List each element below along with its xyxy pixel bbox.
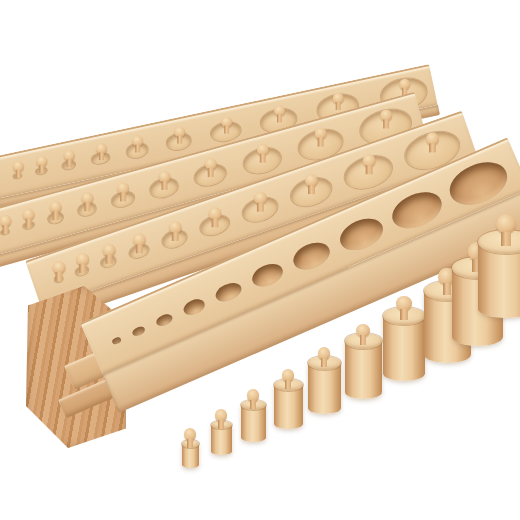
knob-neck [66, 159, 71, 167]
loose-cylinder-3 [241, 400, 266, 442]
knob-neck [285, 380, 291, 389]
knob-neck [172, 232, 179, 241]
cylinder-knob [315, 128, 327, 147]
cylinder-knob [274, 105, 285, 122]
knob-neck [260, 154, 266, 163]
loose-cylinder-body [211, 425, 232, 455]
cylinder-knob [169, 221, 182, 241]
knob-neck [501, 232, 511, 246]
knob-neck [276, 114, 281, 122]
cylinder-knob [102, 243, 115, 263]
knob-ball-icon [496, 214, 516, 234]
cylinder-knob [215, 409, 228, 429]
knob-neck [443, 283, 452, 295]
cylinder-knob [221, 117, 232, 134]
cylinder-knob [205, 158, 217, 177]
cylinder-knob [53, 260, 66, 280]
knob-neck [335, 102, 340, 110]
knob-neck [136, 244, 143, 253]
knob-neck [257, 202, 264, 211]
empty-socket-hole [131, 325, 146, 338]
knob-neck [208, 168, 214, 177]
cylinder-knob [174, 127, 185, 144]
empty-socket-hole [335, 213, 387, 257]
cylinder-knob [396, 296, 411, 320]
cylinder-knob [81, 192, 93, 211]
cylinder-knob [305, 174, 318, 194]
cylinder-knob [23, 209, 35, 228]
cylinder-knob [380, 110, 392, 129]
knob-neck [39, 165, 44, 173]
knob-neck [162, 181, 168, 190]
loose-cylinder-5 [308, 356, 341, 414]
knob-neck [135, 144, 140, 152]
cylinder-knob [362, 154, 375, 174]
loose-cylinder-body [308, 363, 341, 414]
loose-cylinder-body [345, 341, 382, 399]
knob-neck [121, 192, 127, 201]
knob-neck [176, 135, 181, 143]
loose-cylinder-body [383, 316, 425, 381]
knob-neck [26, 219, 32, 228]
cylinder-knob [257, 144, 269, 163]
cylinder-knob [496, 214, 516, 246]
knob-neck [218, 420, 224, 429]
cylinder-knob [159, 171, 171, 190]
knob-neck [383, 120, 389, 129]
loose-cylinder-1 [182, 440, 199, 468]
cylinder-knob [0, 215, 12, 234]
cylinder-knob [133, 233, 146, 253]
cylinder-knob [96, 143, 107, 160]
knob-neck [3, 225, 9, 234]
loose-cylinder-4 [274, 379, 303, 429]
cylinder-knob [12, 161, 23, 178]
knob-neck [400, 309, 408, 320]
loose-cylinder-body [274, 385, 303, 429]
cylinder-knob [184, 428, 197, 448]
loose-cylinder-2 [211, 421, 232, 455]
knob-neck [84, 202, 90, 211]
knob-neck [53, 211, 59, 220]
knob-neck [430, 143, 437, 152]
loose-cylinder-10 [478, 230, 520, 318]
knob-neck [56, 271, 63, 280]
knob-neck [366, 165, 373, 174]
knob-neck [187, 439, 193, 448]
cylinder-knob [64, 150, 75, 167]
loose-cylinder-6 [345, 333, 382, 399]
knob-neck [321, 358, 327, 367]
photo-montessori-cylinder-blocks [0, 0, 520, 520]
cylinder-knob [76, 252, 89, 272]
cylinder-knob [209, 207, 222, 227]
cylinder-knob [318, 347, 331, 367]
cylinder-knob [50, 201, 62, 220]
knob-neck [15, 170, 20, 178]
knob-neck [106, 254, 113, 263]
cylinder-knob [118, 182, 130, 201]
loose-cylinder-body [241, 405, 266, 442]
empty-socket-hole [289, 238, 333, 275]
knob-neck [309, 185, 316, 194]
cylinder-knob [282, 369, 295, 389]
knob-neck [250, 400, 256, 409]
knob-neck [360, 335, 367, 345]
knob-neck [223, 125, 228, 133]
empty-socket-hole [181, 297, 207, 318]
empty-socket-hole [249, 260, 286, 291]
cylinder-knob [132, 135, 143, 152]
cylinder-knob [36, 156, 47, 173]
loose-cylinder-7 [383, 307, 425, 381]
empty-socket-hole [213, 279, 244, 305]
empty-socket-hole [111, 337, 121, 346]
knob-neck [79, 263, 86, 272]
knob-neck [212, 218, 219, 227]
knob-neck [98, 152, 103, 160]
knob-neck [318, 138, 324, 147]
cylinder-knob [426, 132, 439, 152]
cylinder-knob [254, 191, 267, 211]
cylinder-knob [356, 324, 370, 345]
cylinder-knob [247, 389, 260, 409]
empty-socket-hole [154, 312, 174, 328]
cylinder-knob [333, 93, 344, 110]
